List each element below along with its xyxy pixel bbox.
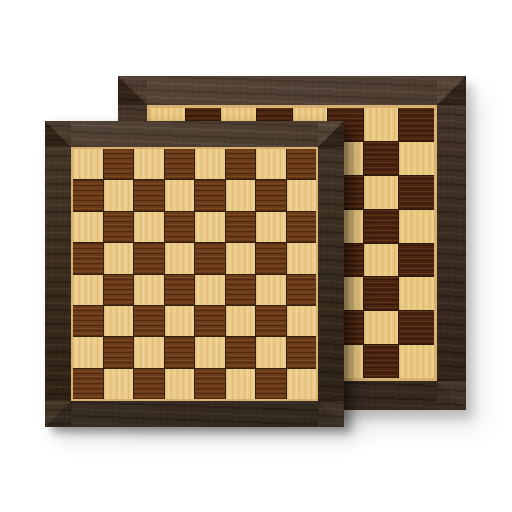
front-board-square-g1 <box>256 369 286 399</box>
front-board-square-e8 <box>195 149 225 179</box>
front-board-square-a6 <box>73 212 103 242</box>
front-board-square-g2 <box>256 337 286 367</box>
front-board-square-d5 <box>165 243 195 273</box>
front-board-square-e7 <box>195 180 225 210</box>
front-board-square-h5 <box>287 243 317 273</box>
back-board-square-h5 <box>399 210 434 243</box>
front-board-square-d2 <box>165 337 195 367</box>
front-board-square-h2 <box>287 337 317 367</box>
front-board-square-b8 <box>104 149 134 179</box>
front-board-square-f6 <box>226 212 256 242</box>
front-board-square-g3 <box>256 306 286 336</box>
back-board-square-h4 <box>399 244 434 277</box>
front-board-square-f1 <box>226 369 256 399</box>
front-board-square-h4 <box>287 275 317 305</box>
front-board-square-a4 <box>73 275 103 305</box>
front-board-square-a3 <box>73 306 103 336</box>
front-board-square-a2 <box>73 337 103 367</box>
front-board-square-e5 <box>195 243 225 273</box>
back-board-square-h7 <box>399 142 434 175</box>
back-board-square-h8 <box>399 108 434 141</box>
front-chessboard <box>45 121 344 427</box>
front-board-square-e4 <box>195 275 225 305</box>
front-board-square-g7 <box>256 180 286 210</box>
back-board-square-g4 <box>364 244 399 277</box>
front-board-square-b6 <box>104 212 134 242</box>
front-board-square-a5 <box>73 243 103 273</box>
front-board-square-f8 <box>226 149 256 179</box>
front-board-square-e1 <box>195 369 225 399</box>
front-board-square-b4 <box>104 275 134 305</box>
front-board-square-d8 <box>165 149 195 179</box>
front-board-square-b1 <box>104 369 134 399</box>
front-board-square-h8 <box>287 149 317 179</box>
front-board-square-a8 <box>73 149 103 179</box>
back-board-square-g7 <box>364 142 399 175</box>
front-board-square-g5 <box>256 243 286 273</box>
front-board-square-h6 <box>287 212 317 242</box>
back-board-square-g3 <box>364 277 399 310</box>
back-board-square-h6 <box>399 176 434 209</box>
front-board-square-b7 <box>104 180 134 210</box>
front-board-square-g6 <box>256 212 286 242</box>
front-board-square-f3 <box>226 306 256 336</box>
front-board-square-f7 <box>226 180 256 210</box>
front-board-square-a1 <box>73 369 103 399</box>
back-board-square-g1 <box>364 345 399 378</box>
front-board-square-e3 <box>195 306 225 336</box>
front-board-square-c3 <box>134 306 164 336</box>
front-board-square-c2 <box>134 337 164 367</box>
front-board-square-d1 <box>165 369 195 399</box>
front-board-square-e6 <box>195 212 225 242</box>
back-board-square-g2 <box>364 311 399 344</box>
front-board-square-g8 <box>256 149 286 179</box>
back-board-square-h3 <box>399 277 434 310</box>
back-board-square-g8 <box>364 108 399 141</box>
front-board-square-c5 <box>134 243 164 273</box>
front-board-square-c8 <box>134 149 164 179</box>
front-chessboard-field <box>71 147 318 401</box>
back-board-square-h2 <box>399 311 434 344</box>
front-board-square-c1 <box>134 369 164 399</box>
back-board-square-g6 <box>364 176 399 209</box>
front-board-square-h1 <box>287 369 317 399</box>
front-board-square-d7 <box>165 180 195 210</box>
front-board-square-d3 <box>165 306 195 336</box>
front-board-square-b5 <box>104 243 134 273</box>
front-chessboard-grid <box>73 149 316 399</box>
front-board-square-b3 <box>104 306 134 336</box>
back-board-square-h1 <box>399 345 434 378</box>
front-board-square-f5 <box>226 243 256 273</box>
front-board-square-h7 <box>287 180 317 210</box>
front-board-square-e2 <box>195 337 225 367</box>
front-board-square-g4 <box>256 275 286 305</box>
front-board-square-b2 <box>104 337 134 367</box>
front-board-square-c6 <box>134 212 164 242</box>
front-board-square-f2 <box>226 337 256 367</box>
product-photo-scene <box>0 0 512 512</box>
front-board-square-h3 <box>287 306 317 336</box>
front-board-square-d4 <box>165 275 195 305</box>
front-board-square-c7 <box>134 180 164 210</box>
back-board-square-g5 <box>364 210 399 243</box>
front-board-square-a7 <box>73 180 103 210</box>
front-board-square-c4 <box>134 275 164 305</box>
front-board-square-f4 <box>226 275 256 305</box>
front-board-square-d6 <box>165 212 195 242</box>
